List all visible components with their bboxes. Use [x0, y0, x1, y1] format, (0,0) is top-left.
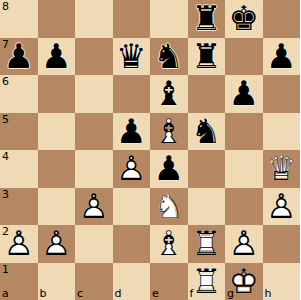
file-label-b: b [40, 288, 47, 299]
square-a6[interactable]: 6 [0, 75, 38, 113]
piece-black-pawn[interactable]: ♟ [38, 38, 76, 76]
black-pawn-glyph: ♟ [116, 113, 146, 150]
black-rook-glyph: ♜ [191, 0, 221, 37]
rank-label-6: 6 [2, 76, 9, 87]
square-a7[interactable]: 7♟ [0, 38, 38, 76]
square-f1[interactable]: f♜♖ [188, 263, 226, 300]
square-f6[interactable] [188, 75, 226, 113]
square-c5[interactable] [75, 113, 113, 151]
square-h7[interactable]: ♟ [263, 38, 301, 76]
square-d7[interactable]: ♛ [113, 38, 151, 76]
piece-white-queen[interactable]: ♛♕ [263, 150, 301, 188]
square-d8[interactable] [113, 0, 151, 38]
square-h1[interactable]: h [263, 263, 301, 300]
white-pawn-outline: ♙ [266, 188, 296, 225]
piece-white-knight[interactable]: ♞♘ [150, 188, 188, 226]
piece-black-pawn[interactable]: ♟ [150, 150, 188, 188]
piece-white-pawn[interactable]: ♟♙ [263, 188, 301, 226]
square-h5[interactable] [263, 113, 301, 151]
black-king-glyph: ♚ [229, 0, 259, 37]
piece-white-bishop[interactable]: ♝♗ [150, 225, 188, 263]
piece-black-pawn[interactable]: ♟ [263, 38, 301, 76]
square-b3[interactable] [38, 188, 76, 226]
piece-black-pawn[interactable]: ♟ [225, 75, 263, 113]
black-rook-glyph: ♜ [191, 38, 221, 75]
piece-white-bishop[interactable]: ♝♗ [150, 113, 188, 151]
white-rook-outline: ♖ [191, 225, 221, 262]
square-f4[interactable] [188, 150, 226, 188]
square-h6[interactable] [263, 75, 301, 113]
square-e8[interactable] [150, 0, 188, 38]
rank-label-3: 3 [2, 189, 9, 200]
square-b4[interactable] [38, 150, 76, 188]
square-c1[interactable]: c [75, 263, 113, 300]
square-b6[interactable] [38, 75, 76, 113]
square-d3[interactable] [113, 188, 151, 226]
square-e2[interactable]: ♝♗ [150, 225, 188, 263]
square-e4[interactable]: ♟ [150, 150, 188, 188]
white-pawn-outline: ♙ [79, 188, 109, 225]
square-h8[interactable] [263, 0, 301, 38]
square-d4[interactable]: ♟♙ [113, 150, 151, 188]
white-pawn-outline: ♙ [116, 150, 146, 187]
square-e5[interactable]: ♝♗ [150, 113, 188, 151]
square-g2[interactable]: ♟♙ [225, 225, 263, 263]
square-e3[interactable]: ♞♘ [150, 188, 188, 226]
rank-label-8: 8 [2, 1, 9, 12]
square-b1[interactable]: b [38, 263, 76, 300]
white-king-outline: ♔ [229, 263, 259, 300]
file-label-a: a [2, 288, 9, 299]
square-b8[interactable] [38, 0, 76, 38]
file-label-d: d [115, 288, 122, 299]
square-g5[interactable] [225, 113, 263, 151]
piece-white-rook[interactable]: ♜♖ [188, 225, 226, 263]
piece-black-rook[interactable]: ♜ [188, 38, 226, 76]
white-pawn-outline: ♙ [229, 225, 259, 262]
square-g8[interactable]: ♚ [225, 0, 263, 38]
piece-white-pawn[interactable]: ♟♙ [113, 150, 151, 188]
piece-white-pawn[interactable]: ♟♙ [0, 225, 38, 263]
square-g3[interactable] [225, 188, 263, 226]
square-g6[interactable]: ♟ [225, 75, 263, 113]
square-b2[interactable]: ♟♙ [38, 225, 76, 263]
black-pawn-glyph: ♟ [266, 38, 296, 75]
square-a8[interactable]: 8 [0, 0, 38, 38]
square-a3[interactable]: 3 [0, 188, 38, 226]
square-h2[interactable] [263, 225, 301, 263]
white-bishop-outline: ♗ [154, 113, 184, 150]
rank-label-5: 5 [2, 114, 9, 125]
square-c4[interactable] [75, 150, 113, 188]
square-f3[interactable] [188, 188, 226, 226]
square-c6[interactable] [75, 75, 113, 113]
square-d6[interactable] [113, 75, 151, 113]
square-g7[interactable] [225, 38, 263, 76]
square-c3[interactable]: ♟♙ [75, 188, 113, 226]
black-knight-glyph: ♞ [154, 38, 184, 75]
piece-black-rook[interactable]: ♜ [188, 0, 226, 38]
square-c2[interactable] [75, 225, 113, 263]
square-h4[interactable]: ♛♕ [263, 150, 301, 188]
black-pawn-glyph: ♟ [41, 38, 71, 75]
square-a5[interactable]: 5 [0, 113, 38, 151]
white-pawn-outline: ♙ [4, 225, 34, 262]
chess-board: 8♜♚7♟♟♛♞♜♟6♝♟5♟♝♗♞4♟♙♟♛♕3♟♙♞♘♟♙2♟♙♟♙♝♗♜♖… [0, 0, 300, 300]
square-d2[interactable] [113, 225, 151, 263]
black-pawn-glyph: ♟ [154, 150, 184, 187]
black-queen-glyph: ♛ [116, 38, 146, 75]
piece-black-pawn[interactable]: ♟ [0, 38, 38, 76]
piece-black-queen[interactable]: ♛ [113, 38, 151, 76]
piece-white-rook[interactable]: ♜♖ [188, 263, 226, 300]
file-label-c: c [77, 288, 83, 299]
rank-label-4: 4 [2, 151, 9, 162]
square-f5[interactable]: ♞ [188, 113, 226, 151]
white-bishop-outline: ♗ [154, 225, 184, 262]
black-knight-glyph: ♞ [191, 113, 221, 150]
square-e1[interactable]: e [150, 263, 188, 300]
piece-black-bishop[interactable]: ♝ [150, 75, 188, 113]
square-c8[interactable] [75, 0, 113, 38]
piece-black-pawn[interactable]: ♟ [113, 113, 151, 151]
square-a4[interactable]: 4 [0, 150, 38, 188]
black-pawn-glyph: ♟ [4, 38, 34, 75]
white-rook-outline: ♖ [191, 263, 221, 300]
piece-white-king[interactable]: ♚♔ [225, 263, 263, 300]
square-a2[interactable]: 2♟♙ [0, 225, 38, 263]
piece-black-knight[interactable]: ♞ [150, 38, 188, 76]
file-label-e: e [152, 288, 159, 299]
white-pawn-outline: ♙ [41, 225, 71, 262]
black-bishop-glyph: ♝ [154, 75, 184, 112]
piece-black-knight[interactable]: ♞ [188, 113, 226, 151]
white-knight-outline: ♘ [154, 188, 184, 225]
square-c7[interactable] [75, 38, 113, 76]
piece-white-pawn[interactable]: ♟♙ [225, 225, 263, 263]
square-a1[interactable]: 1a [0, 263, 38, 300]
square-f7[interactable]: ♜ [188, 38, 226, 76]
square-d1[interactable]: d [113, 263, 151, 300]
square-e6[interactable]: ♝ [150, 75, 188, 113]
square-g4[interactable] [225, 150, 263, 188]
black-pawn-glyph: ♟ [229, 75, 259, 112]
piece-white-pawn[interactable]: ♟♙ [38, 225, 76, 263]
file-label-h: h [265, 288, 272, 299]
square-b7[interactable]: ♟ [38, 38, 76, 76]
square-g1[interactable]: g♚♔ [225, 263, 263, 300]
piece-white-pawn[interactable]: ♟♙ [75, 188, 113, 226]
square-f2[interactable]: ♜♖ [188, 225, 226, 263]
square-b5[interactable] [38, 113, 76, 151]
square-h3[interactable]: ♟♙ [263, 188, 301, 226]
white-queen-outline: ♕ [266, 150, 296, 187]
square-d5[interactable]: ♟ [113, 113, 151, 151]
square-e7[interactable]: ♞ [150, 38, 188, 76]
rank-label-1: 1 [2, 264, 9, 275]
square-f8[interactable]: ♜ [188, 0, 226, 38]
piece-black-king[interactable]: ♚ [225, 0, 263, 38]
